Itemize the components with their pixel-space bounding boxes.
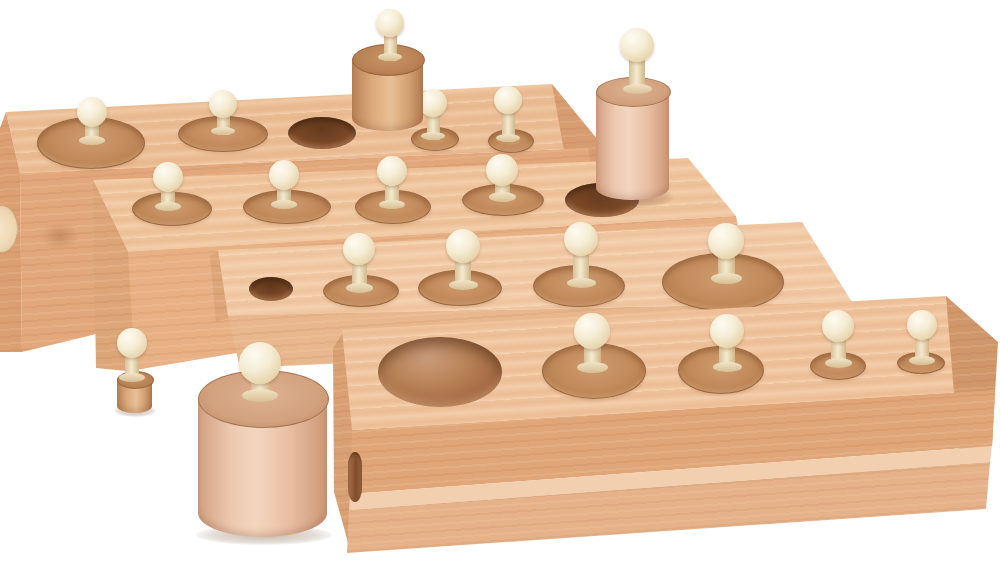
block-2-peg-2-foot <box>271 200 297 209</box>
block-4-peg-3-knob <box>710 314 744 348</box>
loose-cylinder-small-on-table-knob-knob <box>117 328 147 358</box>
block-1-peg-5-knob <box>494 86 522 114</box>
block-1-socket-3-empty <box>288 117 356 149</box>
block-3-peg-2-knob <box>343 233 375 265</box>
block-4-peg-2-knob <box>574 313 610 349</box>
loose-cylinder-large-on-table-knob-foot <box>242 389 278 402</box>
block-3-socket-1-empty <box>249 277 293 301</box>
block-3-peg-3-knob <box>446 229 480 263</box>
block-2-peg-1-foot <box>155 202 181 211</box>
block-2-peg-2-knob <box>269 160 299 190</box>
loose-cylinder-tall-on-block-2-body <box>596 91 669 200</box>
wood-knot <box>41 222 79 250</box>
product-photo-montessori-cylinder-blocks <box>0 0 1000 577</box>
block-3-peg-4-foot <box>567 278 596 288</box>
block-2-peg-4-knob <box>486 154 518 186</box>
block-4-peg-4-knob <box>822 310 854 342</box>
block-2-peg-3-foot <box>379 200 405 209</box>
block-4-peg-3-foot <box>713 362 742 372</box>
loose-cylinder-tall-on-block-2-knob-knob <box>620 28 654 62</box>
block-3-peg-2-foot <box>346 283 373 293</box>
block-2-peg-4-foot <box>489 192 516 202</box>
block-1-peg-1-knob <box>77 97 107 127</box>
block-2-peg-1-knob <box>153 162 183 192</box>
loose-cylinder-small-on-block-1-knob-knob <box>376 9 404 37</box>
block-1-peg-2-knob <box>209 90 237 118</box>
loose-cylinder-small-on-table-knob-foot <box>119 373 145 382</box>
block-2-peg-3-knob <box>377 156 407 186</box>
block-3-peg-3-foot <box>449 280 478 290</box>
block-4-peg-5-foot <box>909 356 935 365</box>
block-4-finger-groove <box>348 452 362 502</box>
block-4-peg-4-foot <box>825 358 852 368</box>
loose-cylinder-large-on-table-knob-knob <box>239 342 281 384</box>
block-3-peg-4-knob <box>564 222 598 256</box>
block-4-peg-5-knob <box>907 310 937 340</box>
loose-cylinder-tall-on-block-2-knob-foot <box>623 84 652 94</box>
block-4-socket-1-empty-large <box>378 337 502 407</box>
block-3-peg-5-knob <box>708 223 744 259</box>
block-1-peg-4-knob <box>419 89 447 117</box>
block-1-peg-1-foot <box>79 136 105 145</box>
